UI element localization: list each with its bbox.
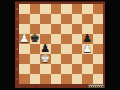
rank-label-6: 6	[16, 27, 18, 32]
square-b2[interactable]	[30, 64, 41, 74]
square-a3[interactable]	[19, 54, 30, 64]
square-b5[interactable]: ♚	[30, 34, 41, 44]
square-f5[interactable]	[72, 34, 83, 44]
piece-black-king-b5[interactable]: ♚	[30, 33, 41, 44]
square-c3[interactable]: ♚	[40, 54, 51, 64]
square-d5[interactable]	[51, 34, 62, 44]
square-e8[interactable]	[61, 4, 72, 14]
square-h8[interactable]	[93, 4, 104, 14]
square-h6[interactable]	[93, 24, 104, 34]
piece-white-pawn-a5[interactable]: ♟	[19, 33, 30, 44]
square-f2[interactable]	[72, 64, 83, 74]
square-c2[interactable]	[40, 64, 51, 74]
square-a8[interactable]	[19, 4, 30, 14]
square-f1[interactable]	[72, 74, 83, 84]
square-c7[interactable]	[40, 14, 51, 24]
file-label-f: f	[74, 85, 79, 88]
square-h5[interactable]	[93, 34, 104, 44]
rank-label-2: 2	[16, 67, 18, 72]
file-label-b: b	[32, 85, 37, 88]
square-f7[interactable]	[72, 14, 83, 24]
rank-label-1: 1	[16, 77, 18, 82]
square-a1[interactable]	[19, 74, 30, 84]
square-e2[interactable]	[61, 64, 72, 74]
piece-white-pawn-g4[interactable]: ♟	[82, 43, 93, 54]
square-d4[interactable]	[51, 44, 62, 54]
square-a2[interactable]	[19, 64, 30, 74]
chess-board[interactable]: ♟♚♟♟♟♚	[19, 4, 103, 84]
square-g4[interactable]: ♟	[82, 44, 93, 54]
square-d7[interactable]	[51, 14, 62, 24]
square-g8[interactable]	[82, 4, 93, 14]
square-b4[interactable]	[30, 44, 41, 54]
square-d1[interactable]	[51, 74, 62, 84]
square-d2[interactable]	[51, 64, 62, 74]
square-d8[interactable]	[51, 4, 62, 14]
square-e3[interactable]	[61, 54, 72, 64]
piece-white-king-c3[interactable]: ♚	[40, 53, 51, 64]
board-frame: ♟♚♟♟♟♚ 87654321 abcdefgh	[15, 1, 105, 88]
square-f3[interactable]	[72, 54, 83, 64]
file-label-d: d	[53, 85, 58, 88]
rank-label-4: 4	[16, 47, 18, 52]
square-e5[interactable]	[61, 34, 72, 44]
square-a4[interactable]	[19, 44, 30, 54]
square-g7[interactable]	[82, 14, 93, 24]
file-label-c: c	[43, 85, 48, 88]
square-c6[interactable]	[40, 24, 51, 34]
square-b8[interactable]	[30, 4, 41, 14]
square-b7[interactable]	[30, 14, 41, 24]
square-g2[interactable]	[82, 64, 93, 74]
square-f8[interactable]	[72, 4, 83, 14]
square-h3[interactable]	[93, 54, 104, 64]
square-b1[interactable]	[30, 74, 41, 84]
square-a5[interactable]: ♟	[19, 34, 30, 44]
square-f6[interactable]	[72, 24, 83, 34]
square-e7[interactable]	[61, 14, 72, 24]
square-f4[interactable]	[72, 44, 83, 54]
square-g3[interactable]	[82, 54, 93, 64]
rank-label-8: 8	[16, 7, 18, 12]
square-e4[interactable]	[61, 44, 72, 54]
square-d6[interactable]	[51, 24, 62, 34]
watermark	[88, 84, 104, 88]
square-c1[interactable]	[40, 74, 51, 84]
square-d3[interactable]	[51, 54, 62, 64]
square-a7[interactable]	[19, 14, 30, 24]
file-label-e: e	[64, 85, 69, 88]
square-h7[interactable]	[93, 14, 104, 24]
square-b3[interactable]	[30, 54, 41, 64]
rank-label-3: 3	[16, 57, 18, 62]
square-h4[interactable]	[93, 44, 104, 54]
square-g1[interactable]	[82, 74, 93, 84]
square-e6[interactable]	[61, 24, 72, 34]
chess-app-window: ♟♚♟♟♟♚ 87654321 abcdefgh	[0, 0, 120, 90]
file-label-a: a	[22, 85, 27, 88]
square-h2[interactable]	[93, 64, 104, 74]
rank-label-7: 7	[16, 17, 18, 22]
rank-label-5: 5	[16, 37, 18, 42]
square-e1[interactable]	[61, 74, 72, 84]
square-c8[interactable]	[40, 4, 51, 14]
square-h1[interactable]	[93, 74, 104, 84]
